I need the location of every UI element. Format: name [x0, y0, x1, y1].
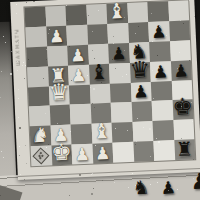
square [149, 41, 170, 62]
square [153, 120, 174, 141]
square [130, 82, 151, 103]
square [92, 143, 113, 164]
square [25, 26, 46, 47]
square [129, 62, 150, 83]
chess-board: ШАХМАТЫ ♝♟♟♟♟♞♜♟♝♛♟♟♛♟♚♞♟♝♚♟♟♜ [10, 0, 200, 180]
square [88, 63, 109, 84]
square [46, 26, 67, 47]
square [174, 139, 195, 160]
square [168, 0, 189, 21]
square [47, 45, 68, 66]
square [152, 101, 173, 122]
board-squares [24, 0, 195, 166]
square [112, 122, 133, 143]
square [112, 142, 133, 163]
square [173, 119, 194, 140]
chessboard-photo: ШАХМАТЫ ♝♟♟♟♟♞♜♟♝♛♟♟♛♟♚♞♟♝♚♟♟♜ ♞♟♟ [0, 0, 200, 200]
square [169, 20, 190, 41]
square [50, 125, 71, 146]
square [69, 84, 90, 105]
square [29, 106, 50, 127]
square [107, 23, 128, 44]
square [111, 102, 132, 123]
square [66, 25, 87, 46]
square [110, 82, 131, 103]
square [108, 43, 129, 64]
square [27, 66, 48, 87]
square [68, 64, 89, 85]
square [71, 144, 92, 165]
square [150, 61, 171, 82]
square [24, 7, 45, 28]
square [87, 24, 108, 45]
square [65, 5, 86, 26]
square [106, 3, 127, 24]
square [30, 126, 51, 147]
square [172, 100, 193, 121]
square [127, 2, 148, 23]
square [28, 86, 49, 107]
square [131, 101, 152, 122]
square [153, 140, 174, 161]
square [45, 6, 66, 27]
square [170, 60, 191, 81]
square [91, 123, 112, 144]
square [148, 21, 169, 42]
square [133, 141, 154, 162]
square [67, 45, 88, 66]
square [129, 42, 150, 63]
square [86, 4, 107, 25]
square [70, 104, 91, 125]
square [51, 145, 72, 166]
square [151, 81, 172, 102]
square [49, 105, 70, 126]
square [170, 40, 191, 61]
maker-text: ШАХМАТЫ [13, 28, 21, 66]
square [90, 103, 111, 124]
square [88, 44, 109, 65]
square [171, 80, 192, 101]
square [26, 46, 47, 67]
square [48, 65, 69, 86]
square [109, 63, 130, 84]
square [147, 1, 168, 22]
square [48, 85, 69, 106]
square [89, 83, 110, 104]
square [71, 124, 92, 145]
square [128, 22, 149, 43]
square [132, 121, 153, 142]
